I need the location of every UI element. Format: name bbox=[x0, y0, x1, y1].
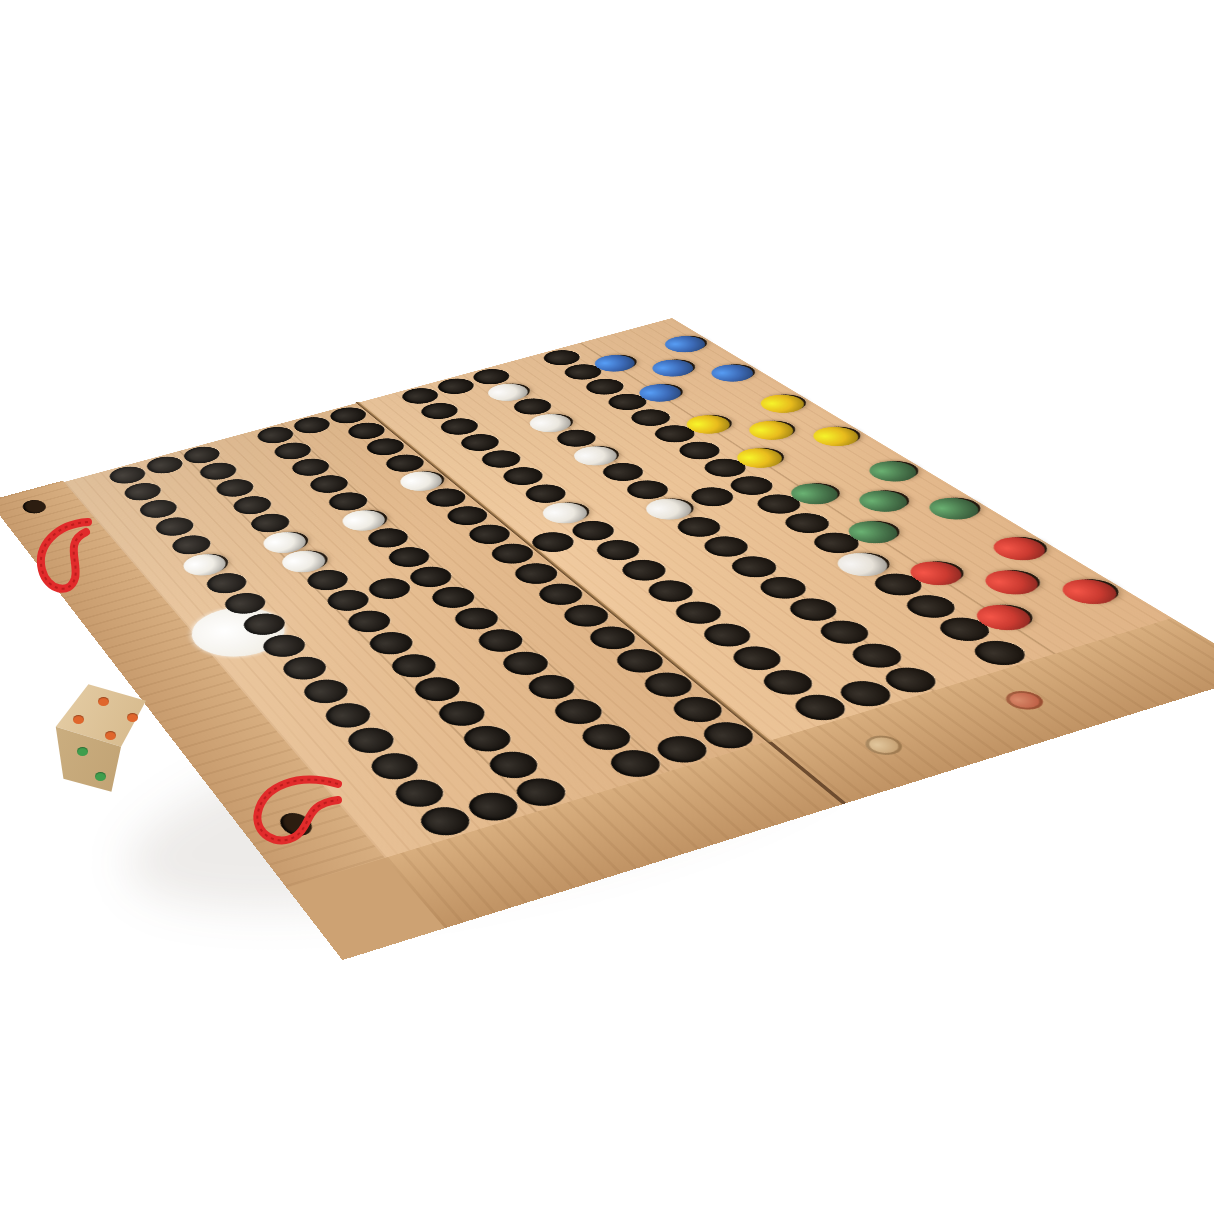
hinge-dowel-red bbox=[999, 688, 1051, 713]
red-cord-loop-left[interactable] bbox=[30, 512, 100, 608]
red-cord-loop-bottom[interactable] bbox=[250, 770, 350, 854]
hinge-dowel bbox=[858, 732, 909, 758]
game-board bbox=[64, 318, 1172, 858]
die-front-pip bbox=[77, 747, 88, 756]
die-top-pip bbox=[127, 713, 138, 722]
wooden-die[interactable] bbox=[50, 676, 146, 794]
die-top-pip bbox=[73, 715, 84, 724]
product-photo-scene bbox=[0, 0, 1214, 1214]
fold-seam-side bbox=[766, 740, 846, 804]
die-front-pip bbox=[95, 772, 106, 781]
